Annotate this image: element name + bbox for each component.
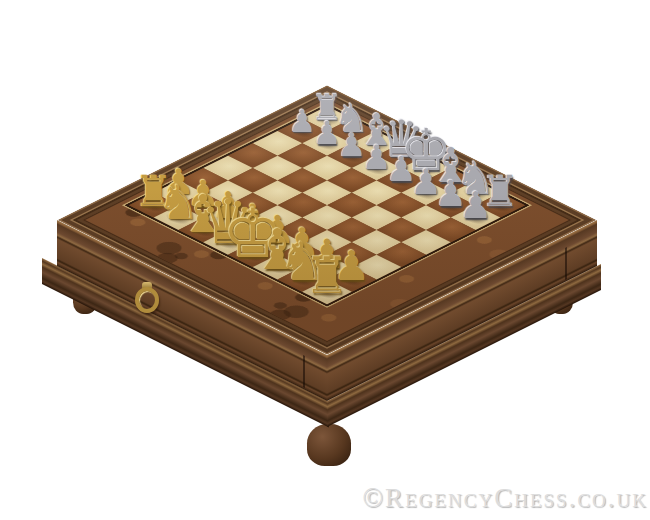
drawer-seam-right — [565, 247, 567, 280]
watermark: ©RegencyChess.co.uk — [363, 483, 648, 514]
chess-cabinet-photo: ♜♞♝♛♚♝♞♜♟♟♟♟♟♟♟♟♟♟♟♟♟♟♟♟♜♞♝♛♚♝♞♜ ©Regenc… — [0, 0, 650, 520]
drawer-seam-left — [303, 355, 305, 388]
brass-ring-icon — [135, 287, 159, 313]
bun-foot-front — [307, 424, 351, 466]
square-h1: ♜ — [302, 279, 351, 304]
piece-black-pawn-h7: ♟ — [459, 187, 492, 224]
piece-white-rook-h1: ♜ — [305, 251, 350, 301]
